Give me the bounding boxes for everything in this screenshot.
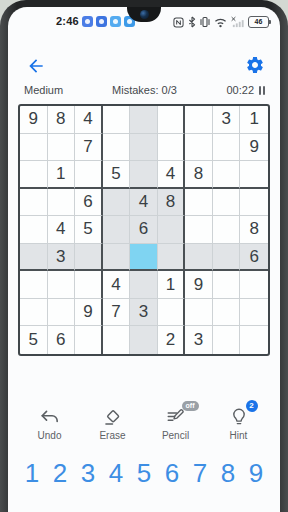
erase-button[interactable]: Erase xyxy=(81,406,144,441)
timer-text: 00:22 xyxy=(226,84,254,96)
cell-r8c1[interactable] xyxy=(20,299,48,327)
cell-r7c7[interactable]: 9 xyxy=(185,271,213,299)
cell-r1c6[interactable] xyxy=(158,106,186,134)
cell-r2c4[interactable] xyxy=(103,134,131,162)
cell-r5c4[interactable] xyxy=(103,216,131,244)
nfc-icon xyxy=(173,17,184,28)
cell-r2c9[interactable]: 9 xyxy=(240,134,268,162)
cell-r6c4[interactable] xyxy=(103,244,131,272)
cell-r2c7[interactable] xyxy=(185,134,213,162)
cell-r6c9[interactable]: 6 xyxy=(240,244,268,272)
cell-r2c8[interactable] xyxy=(213,134,241,162)
pencil-label: Pencil xyxy=(162,430,189,441)
undo-icon xyxy=(38,406,62,427)
numpad-9[interactable]: 9 xyxy=(242,457,270,489)
cell-r4c2[interactable] xyxy=(48,189,76,217)
cell-r4c9[interactable] xyxy=(240,189,268,217)
cell-r6c8[interactable] xyxy=(213,244,241,272)
cell-r7c1[interactable] xyxy=(20,271,48,299)
cell-r8c4[interactable]: 7 xyxy=(103,299,131,327)
cell-r3c1[interactable] xyxy=(20,161,48,189)
gear-icon xyxy=(245,55,265,75)
cell-r5c6[interactable] xyxy=(158,216,186,244)
cell-r4c7[interactable] xyxy=(185,189,213,217)
pause-button[interactable] xyxy=(259,86,265,95)
cell-r6c1[interactable] xyxy=(20,244,48,272)
undo-label: Undo xyxy=(38,430,62,441)
wifi-icon xyxy=(214,17,227,28)
cell-r8c9[interactable] xyxy=(240,299,268,327)
cell-r9c6[interactable]: 2 xyxy=(158,326,186,354)
cell-r8c8[interactable] xyxy=(213,299,241,327)
cell-r7c8[interactable] xyxy=(213,271,241,299)
cell-r1c1[interactable]: 9 xyxy=(20,106,48,134)
numpad-3[interactable]: 3 xyxy=(74,457,102,489)
eraser-icon xyxy=(101,406,125,427)
cell-r3c3[interactable] xyxy=(75,161,103,189)
cell-r1c7[interactable] xyxy=(185,106,213,134)
cell-r1c8[interactable]: 3 xyxy=(213,106,241,134)
cell-r4c8[interactable] xyxy=(213,189,241,217)
cell-r9c8[interactable] xyxy=(213,326,241,354)
cell-r1c2[interactable]: 8 xyxy=(48,106,76,134)
cell-r8c2[interactable] xyxy=(48,299,76,327)
toolbar: Undo Erase off xyxy=(18,406,270,441)
cell-r5c2[interactable]: 4 xyxy=(48,216,76,244)
pencil-icon: off xyxy=(164,406,188,427)
sudoku-board: 984317915486484568364199735623 xyxy=(18,104,270,356)
status-app-icons xyxy=(82,16,135,27)
cell-r9c3[interactable] xyxy=(75,326,103,354)
cell-r8c7[interactable] xyxy=(185,299,213,327)
notification-app-icon-1 xyxy=(82,16,93,27)
cell-r5c1[interactable] xyxy=(20,216,48,244)
cell-r3c8[interactable] xyxy=(213,161,241,189)
cell-r6c7[interactable] xyxy=(185,244,213,272)
number-pad: 123456789 xyxy=(18,457,270,489)
battery-percent: 46 xyxy=(255,18,263,25)
hint-count-badge: 2 xyxy=(246,400,258,412)
pencil-off-badge: off xyxy=(182,401,199,411)
numpad-2[interactable]: 2 xyxy=(46,457,74,489)
settings-button[interactable] xyxy=(245,55,265,75)
cell-r2c1[interactable] xyxy=(20,134,48,162)
phone-frame: 2:46 xyxy=(0,0,288,512)
cell-r5c7[interactable] xyxy=(185,216,213,244)
cell-r4c5[interactable]: 4 xyxy=(130,189,158,217)
cell-r7c4[interactable]: 4 xyxy=(103,271,131,299)
cell-r2c5[interactable] xyxy=(130,134,158,162)
cell-r4c3[interactable]: 6 xyxy=(75,189,103,217)
notification-app-icon-2 xyxy=(96,16,107,27)
cell-r3c9[interactable] xyxy=(240,161,268,189)
cell-r7c9[interactable] xyxy=(240,271,268,299)
cell-r9c2[interactable]: 6 xyxy=(48,326,76,354)
cell-r8c6[interactable] xyxy=(158,299,186,327)
undo-button[interactable]: Undo xyxy=(18,406,81,441)
cell-r3c4[interactable]: 5 xyxy=(103,161,131,189)
lightbulb-icon: 2 xyxy=(227,406,251,427)
battery-icon: 46 xyxy=(248,16,269,28)
mistakes-counter: Mistakes: 0/3 xyxy=(112,84,177,96)
vibrate-icon xyxy=(200,16,210,28)
cell-r9c4[interactable] xyxy=(103,326,131,354)
clock-text: 2:46 xyxy=(56,15,79,27)
cell-r5c9[interactable]: 8 xyxy=(240,216,268,244)
cell-r5c8[interactable] xyxy=(213,216,241,244)
cell-r4c1[interactable] xyxy=(20,189,48,217)
cell-r5c5[interactable]: 6 xyxy=(130,216,158,244)
cell-r7c3[interactable] xyxy=(75,271,103,299)
cell-r9c5[interactable] xyxy=(130,326,158,354)
cell-r1c3[interactable]: 4 xyxy=(75,106,103,134)
numpad-6[interactable]: 6 xyxy=(158,457,186,489)
cell-r1c4[interactable] xyxy=(103,106,131,134)
numpad-5[interactable]: 5 xyxy=(130,457,158,489)
cell-r6c5[interactable] xyxy=(130,244,158,272)
erase-label: Erase xyxy=(99,430,125,441)
numpad-1[interactable]: 1 xyxy=(18,457,46,489)
hint-button[interactable]: 2 Hint xyxy=(207,406,270,441)
cell-r9c9[interactable] xyxy=(240,326,268,354)
cell-r3c2[interactable]: 1 xyxy=(48,161,76,189)
cell-r3c7[interactable]: 8 xyxy=(185,161,213,189)
app-screen: 2:46 xyxy=(8,7,280,512)
cell-r6c3[interactable] xyxy=(75,244,103,272)
hint-label: Hint xyxy=(230,430,248,441)
cell-r9c7[interactable]: 3 xyxy=(185,326,213,354)
game-info-bar: Medium Mistakes: 0/3 00:22 xyxy=(24,84,265,98)
cell-r1c9[interactable]: 1 xyxy=(240,106,268,134)
cell-r6c6[interactable] xyxy=(158,244,186,272)
bluetooth-icon xyxy=(188,16,196,28)
cell-r5c3[interactable]: 5 xyxy=(75,216,103,244)
notification-app-icon-3 xyxy=(110,16,121,27)
numpad-7[interactable]: 7 xyxy=(186,457,214,489)
cell-r2c3[interactable]: 7 xyxy=(75,134,103,162)
back-button[interactable] xyxy=(26,56,46,76)
no-signal-icon xyxy=(231,16,244,28)
cell-r7c5[interactable] xyxy=(130,271,158,299)
difficulty-label: Medium xyxy=(24,84,63,96)
cell-r3c6[interactable]: 4 xyxy=(158,161,186,189)
cell-r6c2[interactable]: 3 xyxy=(48,244,76,272)
numpad-8[interactable]: 8 xyxy=(214,457,242,489)
cell-r4c4[interactable] xyxy=(103,189,131,217)
numpad-4[interactable]: 4 xyxy=(102,457,130,489)
cell-r4c6[interactable]: 8 xyxy=(158,189,186,217)
pencil-button[interactable]: off Pencil xyxy=(144,406,207,441)
cell-r2c6[interactable] xyxy=(158,134,186,162)
cell-r3c5[interactable] xyxy=(130,161,158,189)
cell-r2c2[interactable] xyxy=(48,134,76,162)
front-camera xyxy=(140,10,149,19)
cell-r9c1[interactable]: 5 xyxy=(20,326,48,354)
cell-r7c6[interactable]: 1 xyxy=(158,271,186,299)
cell-r1c5[interactable] xyxy=(130,106,158,134)
cell-r8c3[interactable]: 9 xyxy=(75,299,103,327)
cell-r7c2[interactable] xyxy=(48,271,76,299)
cell-r8c5[interactable]: 3 xyxy=(130,299,158,327)
arrow-back-icon xyxy=(26,56,46,76)
